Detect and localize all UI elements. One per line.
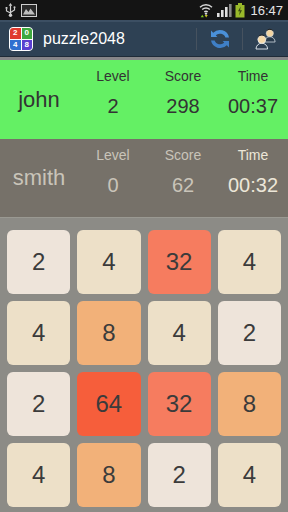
player-time-col: Time 00:37 bbox=[218, 60, 288, 139]
app-icon-cell: 4 bbox=[10, 40, 21, 51]
refresh-icon bbox=[207, 26, 233, 52]
status-bar-left-icons bbox=[5, 3, 37, 18]
screenshot-icon bbox=[21, 4, 37, 17]
player-level-col: Level 0 bbox=[78, 139, 148, 217]
usb-icon bbox=[5, 3, 16, 18]
title-bar: 2 0 4 8 puzzle2048 bbox=[0, 22, 288, 57]
status-bar-right-icons: 16:47 bbox=[198, 3, 283, 18]
score-value: 62 bbox=[172, 175, 194, 195]
wifi-icon bbox=[198, 3, 214, 18]
score-header: Score bbox=[165, 69, 202, 83]
battery-icon bbox=[235, 3, 245, 18]
tile-r4c1-4: 4 bbox=[7, 443, 70, 507]
time-value: 00:32 bbox=[228, 175, 278, 195]
app-title: puzzle2048 bbox=[43, 30, 196, 48]
time-header: Time bbox=[238, 148, 269, 162]
tile-r1c2-4: 4 bbox=[77, 230, 140, 294]
app-icon-cell: 2 bbox=[10, 28, 21, 39]
tile-r3c4-8: 8 bbox=[218, 372, 281, 436]
refresh-button[interactable] bbox=[197, 22, 242, 57]
signal-icon bbox=[217, 3, 232, 17]
time-value: 00:37 bbox=[228, 96, 278, 116]
player-level-col: Level 2 bbox=[78, 60, 148, 139]
app-icon-cell: 0 bbox=[22, 28, 33, 39]
score-value: 298 bbox=[166, 96, 199, 116]
level-header: Level bbox=[96, 148, 129, 162]
time-header: Time bbox=[238, 69, 269, 83]
player-time-col: Time 00:32 bbox=[218, 139, 288, 217]
players-icon bbox=[252, 26, 280, 52]
level-value: 0 bbox=[107, 175, 118, 195]
player-row-smith[interactable]: smith Level 0 Score 62 Time 00:32 bbox=[0, 139, 288, 217]
player-row-john[interactable]: john Level 2 Score 298 Time 00:37 bbox=[0, 60, 288, 139]
app-icon-2048: 2 0 4 8 bbox=[9, 27, 33, 51]
tile-r3c3-32: 32 bbox=[148, 372, 211, 436]
tile-r1c1-2: 2 bbox=[7, 230, 70, 294]
app-icon-cell: 8 bbox=[22, 40, 33, 51]
board-grid[interactable]: 2432448422643284824 bbox=[0, 217, 288, 512]
tile-r4c4-4: 4 bbox=[218, 443, 281, 507]
tile-r2c1-4: 4 bbox=[7, 301, 70, 365]
player-score-col: Score 62 bbox=[148, 139, 218, 217]
player-name: john bbox=[0, 60, 78, 139]
level-value: 2 bbox=[107, 96, 118, 116]
player-name: smith bbox=[0, 139, 78, 217]
tile-r1c4-4: 4 bbox=[218, 230, 281, 294]
tile-r2c2-8: 8 bbox=[77, 301, 140, 365]
tile-r1c3-32: 32 bbox=[148, 230, 211, 294]
player-score-col: Score 298 bbox=[148, 60, 218, 139]
tile-r2c4-2: 2 bbox=[218, 301, 281, 365]
level-header: Level bbox=[96, 69, 129, 83]
tile-r3c2-64: 64 bbox=[77, 372, 140, 436]
status-bar: 16:47 bbox=[0, 0, 288, 22]
tile-r4c3-2: 2 bbox=[148, 443, 211, 507]
score-header: Score bbox=[165, 148, 202, 162]
tile-r4c2-8: 8 bbox=[77, 443, 140, 507]
tile-r3c1-2: 2 bbox=[7, 372, 70, 436]
players-button[interactable] bbox=[243, 22, 288, 57]
status-clock: 16:47 bbox=[250, 3, 283, 18]
tile-r2c3-4: 4 bbox=[148, 301, 211, 365]
